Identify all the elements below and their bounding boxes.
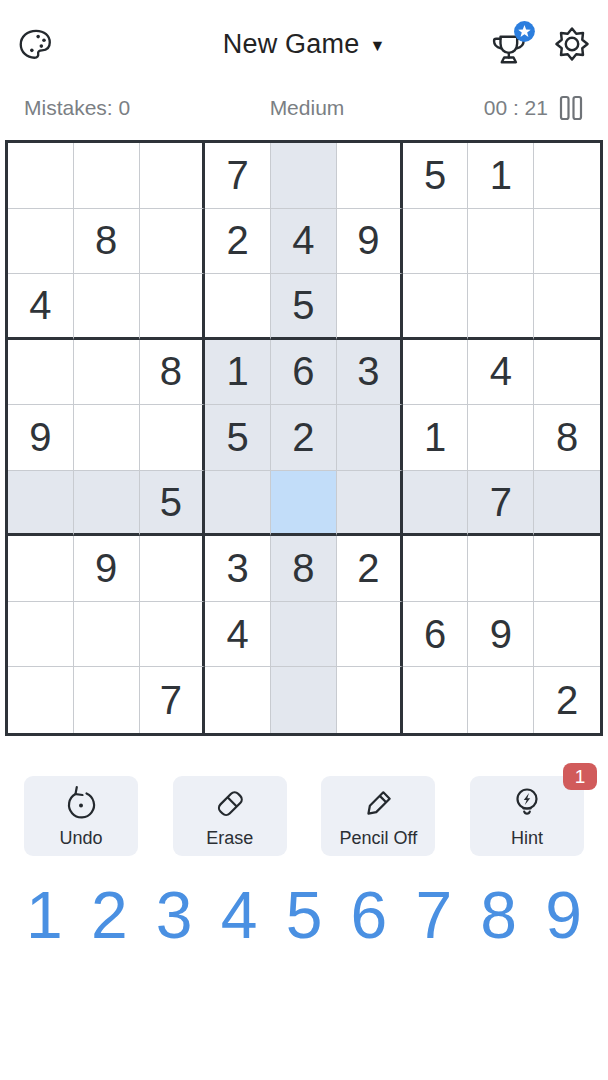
cell-r8c4[interactable]: 4: [205, 602, 271, 668]
cell-r9c4[interactable]: [205, 667, 271, 733]
sudoku-board: 751824945816349521857938246972: [5, 140, 603, 736]
undo-button[interactable]: Undo: [24, 776, 138, 856]
pause-icon: [558, 94, 584, 122]
cell-r5c3[interactable]: [140, 405, 206, 471]
cell-r7c7[interactable]: [403, 536, 469, 602]
cell-r6c1[interactable]: [8, 471, 74, 537]
numpad-7[interactable]: 7: [411, 882, 456, 948]
eraser-icon: [210, 784, 250, 824]
cell-r8c3[interactable]: [140, 602, 206, 668]
cell-r4c2[interactable]: [74, 340, 140, 406]
cell-r7c5[interactable]: 8: [271, 536, 337, 602]
cell-r6c9[interactable]: [534, 471, 600, 537]
pencil-mode-label: Pencil Off: [339, 828, 417, 849]
cell-r4c3[interactable]: 8: [140, 340, 206, 406]
cell-r4c1[interactable]: [8, 340, 74, 406]
cell-r4c5[interactable]: 6: [271, 340, 337, 406]
cell-r2c1[interactable]: [8, 209, 74, 275]
pencil-mode-button[interactable]: Pencil Off: [321, 776, 435, 856]
cell-r8c2[interactable]: [74, 602, 140, 668]
cell-r5c4[interactable]: 5: [205, 405, 271, 471]
cell-r8c5[interactable]: [271, 602, 337, 668]
cell-r7c6[interactable]: 2: [337, 536, 403, 602]
cell-r5c6[interactable]: [337, 405, 403, 471]
cell-r3c8[interactable]: [468, 274, 534, 340]
hint-button[interactable]: 1 Hint: [470, 776, 584, 856]
erase-button[interactable]: Erase: [173, 776, 287, 856]
cell-r1c7[interactable]: 5: [403, 143, 469, 209]
cell-r8c1[interactable]: [8, 602, 74, 668]
cell-r7c3[interactable]: [140, 536, 206, 602]
cell-r6c6[interactable]: [337, 471, 403, 537]
cell-r8c7[interactable]: 6: [403, 602, 469, 668]
hint-label: Hint: [511, 828, 543, 849]
cell-r2c2[interactable]: 8: [74, 209, 140, 275]
theme-palette-button[interactable]: [16, 25, 54, 63]
numpad-6[interactable]: 6: [347, 882, 392, 948]
cell-r4c9[interactable]: [534, 340, 600, 406]
cell-r9c3[interactable]: 7: [140, 667, 206, 733]
cell-r4c7[interactable]: [403, 340, 469, 406]
cell-r1c4[interactable]: 7: [205, 143, 271, 209]
cell-r9c8[interactable]: [468, 667, 534, 733]
cell-r3c1[interactable]: 4: [8, 274, 74, 340]
cell-r3c6[interactable]: [337, 274, 403, 340]
cell-r4c6[interactable]: 3: [337, 340, 403, 406]
undo-icon: [61, 784, 101, 824]
numpad-3[interactable]: 3: [152, 882, 197, 948]
cell-r1c9[interactable]: [534, 143, 600, 209]
status-bar: Mistakes: 0 Medium 00 : 21: [0, 88, 608, 128]
settings-gear-icon: [552, 24, 592, 64]
cell-r4c4[interactable]: 1: [205, 340, 271, 406]
cell-r5c7[interactable]: 1: [403, 405, 469, 471]
numpad-9[interactable]: 9: [541, 882, 586, 948]
numpad-8[interactable]: 8: [476, 882, 521, 948]
cell-r6c5[interactable]: [271, 471, 337, 537]
cell-r5c8[interactable]: [468, 405, 534, 471]
erase-label: Erase: [206, 828, 253, 849]
cell-r5c9[interactable]: 8: [534, 405, 600, 471]
page-title[interactable]: New Game: [223, 29, 360, 60]
cell-r2c5[interactable]: 4: [271, 209, 337, 275]
numpad-4[interactable]: 4: [217, 882, 262, 948]
cell-r8c8[interactable]: 9: [468, 602, 534, 668]
cell-r2c6[interactable]: 9: [337, 209, 403, 275]
cell-r3c2[interactable]: [74, 274, 140, 340]
chevron-down-icon[interactable]: ▼: [369, 35, 385, 54]
cell-r6c8[interactable]: 7: [468, 471, 534, 537]
cell-r7c4[interactable]: 3: [205, 536, 271, 602]
cell-r4c8[interactable]: 4: [468, 340, 534, 406]
cell-r6c7[interactable]: [403, 471, 469, 537]
cell-r2c3[interactable]: [140, 209, 206, 275]
number-pad: 1 2 3 4 5 6 7 8 9: [0, 882, 608, 948]
hint-count-badge: 1: [563, 763, 597, 790]
cell-r7c8[interactable]: [468, 536, 534, 602]
cell-r1c8[interactable]: 1: [468, 143, 534, 209]
cell-r9c9[interactable]: 2: [534, 667, 600, 733]
cell-r2c8[interactable]: [468, 209, 534, 275]
undo-label: Undo: [59, 828, 102, 849]
settings-button[interactable]: [552, 24, 592, 64]
pause-button[interactable]: [558, 94, 584, 122]
numpad-5[interactable]: 5: [282, 882, 327, 948]
pencil-icon: [358, 784, 398, 824]
cell-r9c5[interactable]: [271, 667, 337, 733]
palette-icon: [16, 25, 54, 63]
cell-r8c9[interactable]: [534, 602, 600, 668]
trophy-button[interactable]: [488, 21, 538, 67]
cell-r2c9[interactable]: [534, 209, 600, 275]
cell-r1c1[interactable]: [8, 143, 74, 209]
cell-r9c6[interactable]: [337, 667, 403, 733]
cell-r1c6[interactable]: [337, 143, 403, 209]
cell-r8c6[interactable]: [337, 602, 403, 668]
cell-r6c4[interactable]: [205, 471, 271, 537]
cell-r9c7[interactable]: [403, 667, 469, 733]
cell-r6c3[interactable]: 5: [140, 471, 206, 537]
cell-r3c5[interactable]: 5: [271, 274, 337, 340]
cell-r2c4[interactable]: 2: [205, 209, 271, 275]
cell-r1c2[interactable]: [74, 143, 140, 209]
toolbar: Undo Erase Pencil Off 1: [0, 776, 608, 856]
hint-bulb-icon: [507, 784, 547, 824]
cell-r7c9[interactable]: [534, 536, 600, 602]
cell-r9c1[interactable]: [8, 667, 74, 733]
cell-r2c7[interactable]: [403, 209, 469, 275]
mistakes-counter: Mistakes: 0: [24, 96, 130, 120]
cell-r5c2[interactable]: [74, 405, 140, 471]
cell-r3c3[interactable]: [140, 274, 206, 340]
cell-r3c7[interactable]: [403, 274, 469, 340]
cell-r7c1[interactable]: [8, 536, 74, 602]
cell-r7c2[interactable]: 9: [74, 536, 140, 602]
cell-r9c2[interactable]: [74, 667, 140, 733]
cell-r1c3[interactable]: [140, 143, 206, 209]
cell-r1c5[interactable]: [271, 143, 337, 209]
cell-r3c9[interactable]: [534, 274, 600, 340]
cell-r5c1[interactable]: 9: [8, 405, 74, 471]
trophy-with-star-badge-icon: [488, 21, 538, 67]
numpad-1[interactable]: 1: [22, 882, 67, 948]
header-bar: New Game ▼: [0, 0, 608, 88]
cell-r3c4[interactable]: [205, 274, 271, 340]
difficulty-label: Medium: [270, 96, 345, 120]
numpad-2[interactable]: 2: [87, 882, 132, 948]
timer: 00 : 21: [484, 96, 548, 120]
cell-r6c2[interactable]: [74, 471, 140, 537]
cell-r5c5[interactable]: 2: [271, 405, 337, 471]
